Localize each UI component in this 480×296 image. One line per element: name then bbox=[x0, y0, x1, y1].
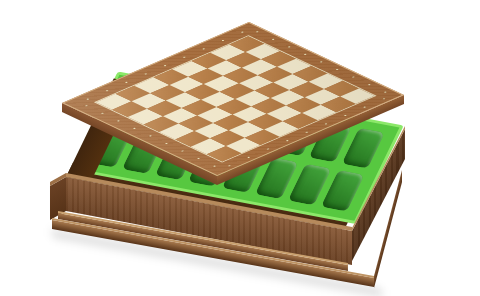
frame-dot bbox=[196, 158, 199, 160]
frame-dot bbox=[324, 123, 327, 125]
frame-dot bbox=[287, 46, 290, 48]
frame-dot bbox=[255, 31, 258, 33]
frame-dot bbox=[319, 61, 322, 63]
frame-dot bbox=[240, 31, 243, 33]
frame-dot bbox=[335, 69, 338, 71]
frame-dot bbox=[246, 157, 249, 159]
frame-dot bbox=[148, 135, 151, 137]
frame-dot bbox=[201, 48, 204, 50]
frame-dot bbox=[351, 76, 354, 78]
frame-dot bbox=[303, 54, 306, 56]
frame-dot bbox=[132, 128, 135, 130]
frame-dot bbox=[382, 98, 385, 100]
frame-dot bbox=[221, 40, 224, 42]
frame-dot bbox=[105, 90, 108, 92]
frame-dot bbox=[227, 165, 230, 167]
frame-dot bbox=[266, 148, 269, 150]
frame-dot bbox=[367, 84, 370, 86]
frame-dot bbox=[182, 56, 185, 58]
frame-dot bbox=[163, 65, 166, 67]
frame-dot bbox=[362, 106, 365, 108]
product-photo-scene bbox=[0, 0, 480, 296]
frame-dot bbox=[124, 82, 127, 84]
frame-dot bbox=[212, 165, 215, 167]
frame-dot bbox=[180, 150, 183, 152]
frame-dot bbox=[100, 113, 103, 115]
frame-dot bbox=[116, 120, 119, 122]
frame-dot bbox=[383, 91, 386, 93]
frame-dot bbox=[164, 143, 167, 145]
frame-dot bbox=[343, 115, 346, 117]
frame-dot bbox=[143, 73, 146, 75]
frame-dot bbox=[85, 98, 88, 100]
frame-dot bbox=[285, 140, 288, 142]
frame-dot bbox=[84, 105, 87, 107]
frame-dot bbox=[271, 39, 274, 41]
frame-dot bbox=[304, 132, 307, 134]
